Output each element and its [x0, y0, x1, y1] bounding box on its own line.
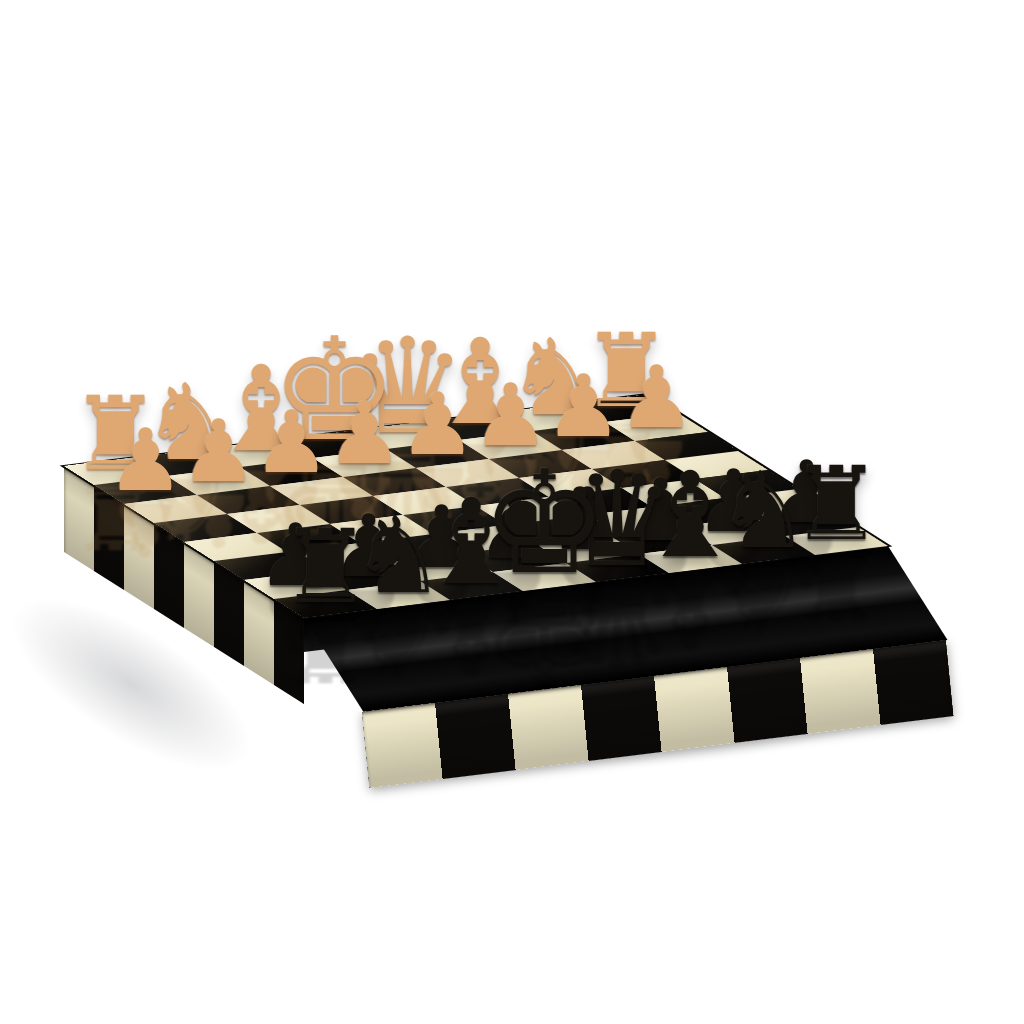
chess-set-photo-scene: ♜♜♞♞♝♝♚♚♛♛♝♝♞♞♜♜♟♟♟♟♟♟♟♟♟♟♟♟♟♟♟♟♟♟♟♟♟♟♟♟… — [0, 0, 1024, 1024]
piece-white-pawn[interactable]: ♟ — [107, 417, 184, 503]
piece-black-rook[interactable]: ♜ — [280, 516, 371, 618]
piece-white-pawn[interactable]: ♟ — [545, 363, 622, 449]
piece-white-pawn[interactable]: ♟ — [253, 399, 330, 485]
piece-white-pawn[interactable]: ♟ — [180, 408, 257, 494]
piece-white-pawn[interactable]: ♟ — [326, 390, 403, 476]
piece-white-pawn[interactable]: ♟ — [618, 354, 695, 440]
piece-white-pawn[interactable]: ♟ — [399, 381, 476, 467]
